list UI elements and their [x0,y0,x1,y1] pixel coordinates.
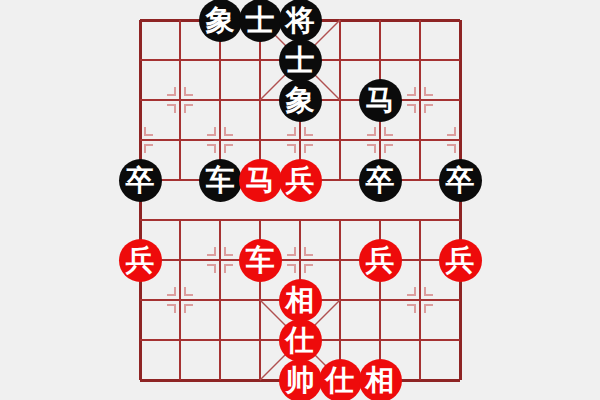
red-soldier[interactable]: 兵 [439,239,482,282]
xiangqi-app: 象士将士象马卒车马兵卒卒兵车兵兵相仕帅仕相 [0,0,600,400]
black-chariot[interactable]: 车 [199,159,242,202]
red-horse[interactable]: 马 [239,159,282,202]
red-soldier[interactable]: 兵 [279,159,322,202]
red-elephant[interactable]: 相 [359,359,402,400]
red-advisor[interactable]: 仕 [279,319,322,362]
pieces-layer: 象士将士象马卒车马兵卒卒兵车兵兵相仕帅仕相 [120,0,480,400]
red-general[interactable]: 帅 [279,359,322,400]
black-advisor[interactable]: 士 [239,0,282,42]
xiangqi-board[interactable]: 象士将士象马卒车马兵卒卒兵车兵兵相仕帅仕相 [120,0,480,400]
black-advisor[interactable]: 士 [279,39,322,82]
red-soldier[interactable]: 兵 [119,239,162,282]
black-elephant[interactable]: 象 [199,0,242,42]
black-horse[interactable]: 马 [359,79,402,122]
red-advisor[interactable]: 仕 [319,359,362,400]
black-soldier[interactable]: 卒 [359,159,402,202]
black-general[interactable]: 将 [279,0,322,42]
black-soldier[interactable]: 卒 [439,159,482,202]
red-chariot[interactable]: 车 [239,239,282,282]
black-soldier[interactable]: 卒 [119,159,162,202]
black-elephant[interactable]: 象 [279,79,322,122]
red-soldier[interactable]: 兵 [359,239,402,282]
red-elephant[interactable]: 相 [279,279,322,322]
